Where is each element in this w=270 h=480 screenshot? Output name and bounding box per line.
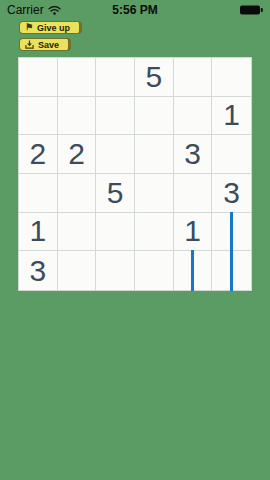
- drawn-line-vertical[interactable]: [191, 250, 194, 291]
- clue-number: 3: [223, 176, 240, 210]
- grid-cell[interactable]: 1: [174, 213, 213, 252]
- give-up-label: Give up: [37, 23, 70, 33]
- grid-cell[interactable]: [174, 58, 213, 97]
- grid-cell[interactable]: [174, 174, 213, 213]
- puzzle-board: 5122353113: [18, 57, 252, 291]
- wifi-icon: [48, 5, 61, 15]
- drawn-line-vertical[interactable]: [230, 250, 233, 291]
- save-icon: [25, 40, 34, 49]
- save-label: Save: [38, 40, 59, 50]
- clue-number: 5: [145, 60, 162, 94]
- save-button[interactable]: Save: [19, 38, 71, 51]
- grid-cell[interactable]: [96, 58, 135, 97]
- status-bar: Carrier 5:56 PM: [0, 0, 270, 20]
- grid-cell[interactable]: [135, 135, 174, 174]
- clue-number: 1: [29, 214, 46, 248]
- toolbar: ⚑ Give up Save: [19, 21, 82, 51]
- grid-cell[interactable]: [135, 97, 174, 136]
- grid-cell[interactable]: [212, 251, 251, 290]
- grid-cell[interactable]: [58, 58, 97, 97]
- drawn-line-vertical[interactable]: [230, 212, 233, 252]
- grid-cell[interactable]: [58, 97, 97, 136]
- grid-cell[interactable]: [96, 97, 135, 136]
- grid-cell[interactable]: [135, 213, 174, 252]
- battery-icon: [240, 5, 263, 15]
- clue-number: 3: [184, 137, 201, 171]
- grid-cell[interactable]: [96, 135, 135, 174]
- grid-cell[interactable]: 1: [212, 97, 251, 136]
- flag-icon: ⚑: [25, 23, 33, 32]
- give-up-button[interactable]: ⚑ Give up: [19, 21, 82, 34]
- app-screen: Carrier 5:56 PM ⚑ Give up: [0, 0, 270, 480]
- grid-cell[interactable]: [96, 251, 135, 290]
- grid-cell[interactable]: [19, 97, 58, 136]
- grid-cell[interactable]: 5: [135, 58, 174, 97]
- clue-number: 1: [184, 214, 201, 248]
- grid-cell[interactable]: 2: [58, 135, 97, 174]
- clue-number: 5: [107, 176, 124, 210]
- grid-cell[interactable]: 3: [174, 135, 213, 174]
- grid-cell[interactable]: [212, 135, 251, 174]
- grid-cell[interactable]: [96, 213, 135, 252]
- grid-cell[interactable]: [58, 251, 97, 290]
- grid-cell[interactable]: [135, 174, 174, 213]
- grid-cell[interactable]: [212, 213, 251, 252]
- clue-number: 3: [29, 254, 46, 288]
- grid-cell[interactable]: [19, 174, 58, 213]
- grid-cell[interactable]: 2: [19, 135, 58, 174]
- grid-cell[interactable]: [135, 251, 174, 290]
- grid-cell[interactable]: 5: [96, 174, 135, 213]
- grid-cell[interactable]: [58, 174, 97, 213]
- grid-cell[interactable]: [174, 97, 213, 136]
- clue-number: 2: [29, 137, 46, 171]
- grid-cell[interactable]: 3: [19, 251, 58, 290]
- grid-cell[interactable]: [19, 58, 58, 97]
- grid-cell[interactable]: 3: [212, 174, 251, 213]
- carrier-label: Carrier: [7, 3, 44, 17]
- clue-number: 1: [223, 98, 240, 132]
- clue-number: 2: [68, 137, 85, 171]
- grid-cell[interactable]: [58, 213, 97, 252]
- grid-cell[interactable]: [212, 58, 251, 97]
- grid-cell[interactable]: 1: [19, 213, 58, 252]
- grid-cell[interactable]: [174, 251, 213, 290]
